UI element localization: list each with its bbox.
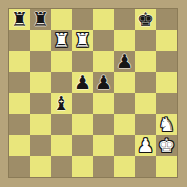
square-e3[interactable] — [93, 114, 114, 135]
square-g2[interactable]: ♟ — [135, 135, 156, 156]
square-b8[interactable]: ♜ — [30, 9, 51, 30]
square-g7[interactable] — [135, 30, 156, 51]
square-c8[interactable] — [51, 9, 72, 30]
square-g6[interactable] — [135, 51, 156, 72]
square-h4[interactable] — [156, 93, 177, 114]
square-f3[interactable] — [114, 114, 135, 135]
square-g4[interactable] — [135, 93, 156, 114]
black-rook-a8: ♜ — [11, 9, 28, 30]
square-b7[interactable] — [30, 30, 51, 51]
black-bishop-c4: ♝ — [53, 93, 70, 114]
square-b6[interactable] — [30, 51, 51, 72]
chess-board: ♜♜♚♜♜♟♟♟♝♞♟♚ — [9, 9, 177, 177]
black-pawn-d5: ♟ — [74, 72, 91, 93]
square-d5[interactable]: ♟ — [72, 72, 93, 93]
square-c5[interactable] — [51, 72, 72, 93]
square-e7[interactable] — [93, 30, 114, 51]
square-h8[interactable] — [156, 9, 177, 30]
square-a5[interactable] — [9, 72, 30, 93]
white-rook-c7: ♜ — [53, 30, 70, 51]
square-a8[interactable]: ♜ — [9, 9, 30, 30]
square-c7[interactable]: ♜ — [51, 30, 72, 51]
square-f8[interactable] — [114, 9, 135, 30]
black-pawn-f6: ♟ — [116, 51, 133, 72]
square-e5[interactable]: ♟ — [93, 72, 114, 93]
square-c2[interactable] — [51, 135, 72, 156]
square-b1[interactable] — [30, 156, 51, 177]
square-d1[interactable] — [72, 156, 93, 177]
square-a3[interactable] — [9, 114, 30, 135]
square-f4[interactable] — [114, 93, 135, 114]
white-rook-d7: ♜ — [74, 30, 91, 51]
square-h6[interactable] — [156, 51, 177, 72]
square-b3[interactable] — [30, 114, 51, 135]
square-a4[interactable] — [9, 93, 30, 114]
square-h2[interactable]: ♚ — [156, 135, 177, 156]
square-d8[interactable] — [72, 9, 93, 30]
square-f2[interactable] — [114, 135, 135, 156]
black-rook-b8: ♜ — [32, 9, 49, 30]
white-king-h2: ♚ — [158, 135, 175, 156]
chess-board-frame: ♜♜♚♜♜♟♟♟♝♞♟♚ — [0, 0, 187, 187]
square-h7[interactable] — [156, 30, 177, 51]
square-b4[interactable] — [30, 93, 51, 114]
square-d2[interactable] — [72, 135, 93, 156]
square-c1[interactable] — [51, 156, 72, 177]
square-f6[interactable]: ♟ — [114, 51, 135, 72]
square-a2[interactable] — [9, 135, 30, 156]
square-f1[interactable] — [114, 156, 135, 177]
square-a7[interactable] — [9, 30, 30, 51]
white-pawn-g2: ♟ — [137, 135, 154, 156]
square-h3[interactable]: ♞ — [156, 114, 177, 135]
square-d6[interactable] — [72, 51, 93, 72]
square-c6[interactable] — [51, 51, 72, 72]
square-b2[interactable] — [30, 135, 51, 156]
square-c3[interactable] — [51, 114, 72, 135]
square-f5[interactable] — [114, 72, 135, 93]
square-b5[interactable] — [30, 72, 51, 93]
square-h1[interactable] — [156, 156, 177, 177]
square-e2[interactable] — [93, 135, 114, 156]
square-e1[interactable] — [93, 156, 114, 177]
square-g3[interactable] — [135, 114, 156, 135]
square-e6[interactable] — [93, 51, 114, 72]
square-f7[interactable] — [114, 30, 135, 51]
square-a6[interactable] — [9, 51, 30, 72]
square-h5[interactable] — [156, 72, 177, 93]
square-g8[interactable]: ♚ — [135, 9, 156, 30]
square-e8[interactable] — [93, 9, 114, 30]
white-knight-h3: ♞ — [158, 114, 175, 135]
square-c4[interactable]: ♝ — [51, 93, 72, 114]
square-d4[interactable] — [72, 93, 93, 114]
square-g1[interactable] — [135, 156, 156, 177]
square-d3[interactable] — [72, 114, 93, 135]
square-g5[interactable] — [135, 72, 156, 93]
square-d7[interactable]: ♜ — [72, 30, 93, 51]
black-pawn-e5: ♟ — [95, 72, 112, 93]
black-king-g8: ♚ — [137, 9, 154, 30]
square-a1[interactable] — [9, 156, 30, 177]
square-e4[interactable] — [93, 93, 114, 114]
